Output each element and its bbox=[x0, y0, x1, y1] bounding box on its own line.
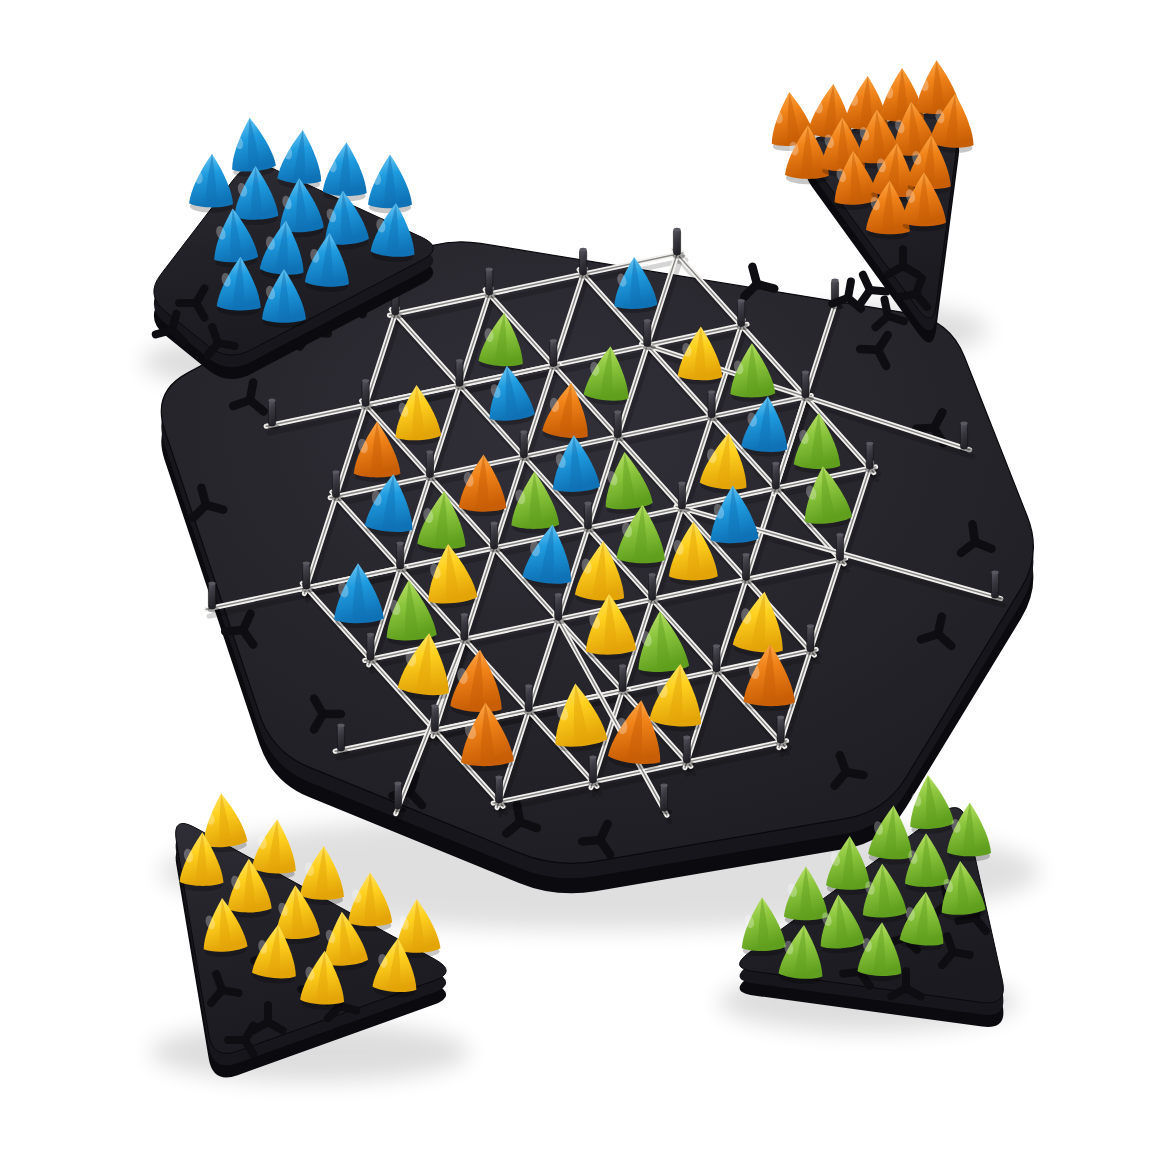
triggle-product-photo bbox=[0, 0, 1156, 1150]
scene-svg bbox=[0, 0, 1156, 1150]
